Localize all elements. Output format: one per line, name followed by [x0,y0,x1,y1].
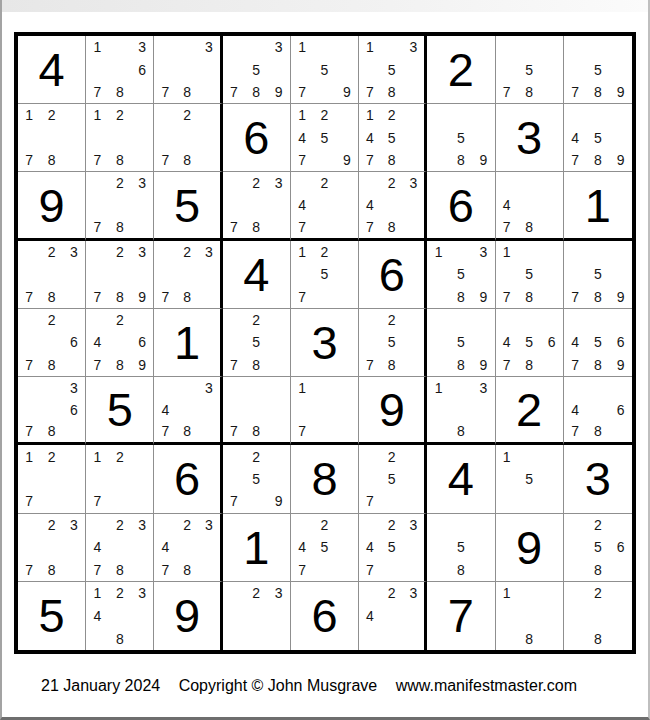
cell-r2c7: 589 [427,104,495,172]
cell-r4c6: 6 [359,241,427,309]
cell-r1c1: 4 [18,36,86,104]
candidate-digit: 3 [63,514,85,536]
candidate-digit: 4 [291,127,313,149]
cell-r8c7: 58 [427,514,495,582]
candidate-digit: 5 [587,536,610,558]
pencil-marks: 478 [496,172,563,237]
candidate-digit: 2 [40,445,62,467]
candidate-digit: 2 [40,514,62,536]
candidate-digit: 2 [109,309,131,331]
candidate-digit: 2 [381,582,403,605]
candidate-digit: 7 [564,149,587,171]
candidate-digit: 8 [109,149,131,171]
candidate-digit: 7 [359,558,381,580]
given-digit: 6 [427,172,494,237]
candidate-digit: 9 [609,81,632,103]
pencil-marks: 4678 [564,377,632,442]
candidate-digit: 2 [109,582,131,605]
pencil-marks: 1578 [496,241,563,308]
candidate-digit: 2 [313,104,335,126]
candidate-digit: 6 [609,536,632,558]
candidate-digit: 7 [18,149,40,171]
candidate-digit: 2 [381,445,403,467]
footer-copyright: Copyright © John Musgrave [179,677,378,694]
candidate-digit: 7 [291,285,313,307]
pencil-marks: 1579 [291,36,358,103]
candidate-digit: 1 [359,36,381,58]
candidate-digit: 9 [472,354,494,376]
candidate-digit: 7 [223,490,245,512]
candidate-digit: 6 [609,399,632,421]
candidate-digit: 8 [176,81,198,103]
cell-r7c5: 8 [291,445,359,513]
cell-r4c4: 4 [223,241,291,309]
cell-r5c7: 589 [427,309,495,377]
cell-r7c7: 4 [427,445,495,513]
cell-r7c8: 15 [496,445,564,513]
pencil-marks: 234 [359,582,424,650]
candidate-digit: 5 [245,331,267,353]
candidate-digit: 1 [18,104,40,126]
cell-r1c9: 5789 [564,36,632,104]
candidate-digit: 2 [109,445,131,467]
pencil-marks: 3678 [18,377,85,442]
candidate-digit: 7 [291,81,313,103]
candidate-digit: 8 [518,285,540,307]
candidate-digit: 8 [450,285,472,307]
candidate-digit: 8 [176,149,198,171]
cell-r8c8: 9 [496,514,564,582]
candidate-digit: 3 [131,582,153,605]
cell-r7c6: 257 [359,445,427,513]
given-digit: 9 [496,514,563,581]
candidate-digit: 5 [245,468,267,490]
cell-r4c7: 13589 [427,241,495,309]
pencil-marks: 23478 [359,172,424,237]
candidate-digit: 5 [450,263,472,285]
cell-r3c5: 247 [291,172,359,240]
cell-r5c4: 2578 [223,309,291,377]
cell-r1c5: 1579 [291,36,359,104]
candidate-digit: 2 [587,582,610,605]
cell-r8c6: 23457 [359,514,427,582]
candidate-digit: 7 [359,81,381,103]
pencil-marks: 2568 [564,514,632,581]
candidate-digit: 8 [176,558,198,580]
candidate-digit: 1 [359,104,381,126]
candidate-digit: 8 [587,354,610,376]
candidate-digit: 7 [154,285,176,307]
pencil-marks: 2378 [18,514,85,581]
candidate-digit: 2 [313,241,335,263]
pencil-marks: 45678 [496,309,563,376]
candidate-digit: 8 [587,421,610,443]
given-digit: 6 [359,241,424,308]
candidate-digit: 7 [496,354,518,376]
cell-r3c3: 5 [154,172,222,240]
cell-r8c2: 23478 [86,514,154,582]
given-digit: 9 [359,377,424,442]
candidate-digit: 3 [472,241,494,263]
candidate-digit: 8 [40,285,62,307]
candidate-digit: 3 [267,582,289,605]
candidate-digit: 7 [359,490,381,512]
pencil-marks: 23 [223,582,290,650]
cell-r5c5: 3 [291,309,359,377]
candidate-digit: 8 [176,421,198,443]
candidate-digit: 9 [609,285,632,307]
pencil-marks: 124579 [291,104,358,171]
candidate-digit: 4 [564,331,587,353]
candidate-digit: 3 [198,514,220,536]
candidate-digit: 7 [18,421,40,443]
candidate-digit: 7 [223,354,245,376]
candidate-digit: 4 [564,399,587,421]
candidate-digit: 7 [291,421,313,443]
cell-r9c2: 12348 [86,582,154,650]
cell-r2c8: 3 [496,104,564,172]
pencil-marks: 13578 [359,36,424,103]
candidate-digit: 9 [267,81,289,103]
cell-r7c2: 127 [86,445,154,513]
candidate-digit: 8 [450,149,472,171]
candidate-digit: 7 [86,216,108,238]
cell-r2c9: 45789 [564,104,632,172]
cell-r9c1: 5 [18,582,86,650]
given-digit: 6 [223,104,290,171]
pencil-marks: 2457 [291,514,358,581]
candidate-digit: 8 [587,558,610,580]
cell-r7c4: 2579 [223,445,291,513]
cell-r4c2: 23789 [86,241,154,309]
candidate-digit: 7 [86,285,108,307]
pencil-marks: 589 [427,309,494,376]
candidate-digit: 8 [450,421,472,443]
footer-website: www.manifestmaster.com [396,677,577,694]
candidate-digit: 5 [381,331,403,353]
pencil-marks: 2578 [359,309,424,376]
candidate-digit: 8 [381,216,403,238]
given-digit: 5 [86,377,153,442]
candidate-digit: 2 [109,514,131,536]
candidate-digit: 2 [381,514,403,536]
cell-r9c5: 6 [291,582,359,650]
candidate-digit: 9 [131,354,153,376]
candidate-digit: 1 [427,377,449,399]
cell-r5c1: 2678 [18,309,86,377]
candidate-digit: 7 [496,285,518,307]
candidate-digit: 7 [18,354,40,376]
candidate-digit: 2 [245,582,267,605]
pencil-marks: 23457 [359,514,424,581]
pencil-marks: 78 [223,377,290,442]
cell-r9c4: 23 [223,582,291,650]
candidate-digit: 9 [472,149,494,171]
cell-r4c3: 2378 [154,241,222,309]
candidate-digit: 9 [609,149,632,171]
candidate-digit: 8 [245,421,267,443]
pencil-marks: 456789 [564,309,632,376]
pencil-marks: 13678 [86,36,153,103]
pencil-marks: 5789 [564,36,632,103]
candidate-digit: 5 [381,468,403,490]
pencil-marks: 138 [427,377,494,442]
candidate-digit: 7 [223,216,245,238]
candidate-digit: 1 [86,445,108,467]
candidate-digit: 8 [40,354,62,376]
footer-date: 21 January 2024 [41,677,160,694]
cell-r6c2: 5 [86,377,154,445]
cell-r6c5: 17 [291,377,359,445]
candidate-digit: 8 [109,558,131,580]
candidate-digit: 1 [291,104,313,126]
cell-r3c6: 23478 [359,172,427,240]
candidate-digit: 8 [176,285,198,307]
candidate-digit: 8 [518,216,540,238]
candidate-digit: 9 [336,81,358,103]
candidate-digit: 4 [154,536,176,558]
candidate-digit: 8 [40,421,62,443]
candidate-digit: 1 [427,241,449,263]
candidate-digit: 7 [86,354,108,376]
given-digit: 1 [154,309,219,376]
candidate-digit: 7 [86,490,108,512]
candidate-digit: 8 [381,81,403,103]
cell-r8c9: 2568 [564,514,632,582]
cell-r6c6: 9 [359,377,427,445]
candidate-digit: 4 [359,536,381,558]
given-digit: 5 [154,172,219,237]
candidate-digit: 7 [86,149,108,171]
cell-r1c2: 13678 [86,36,154,104]
candidate-digit: 3 [63,241,85,263]
candidate-digit: 2 [176,104,198,126]
cell-r9c8: 18 [496,582,564,650]
candidate-digit: 5 [587,331,610,353]
candidate-digit: 1 [496,241,518,263]
candidate-digit: 6 [131,331,153,353]
candidate-digit: 4 [86,331,108,353]
cell-r5c3: 1 [154,309,222,377]
cell-r1c7: 2 [427,36,495,104]
candidate-digit: 4 [359,127,381,149]
given-digit: 3 [564,445,632,512]
candidate-digit: 7 [86,81,108,103]
cell-r8c3: 23478 [154,514,222,582]
top-edge-strip [2,0,648,12]
cell-r6c9: 4678 [564,377,632,445]
candidate-digit: 7 [86,558,108,580]
candidate-digit: 5 [518,468,540,490]
candidate-digit: 1 [86,36,108,58]
pencil-marks: 17 [291,377,358,442]
given-digit: 3 [291,309,358,376]
cell-r6c4: 78 [223,377,291,445]
pencil-marks: 12348 [86,582,153,650]
given-digit: 2 [427,36,494,103]
candidate-digit: 7 [359,354,381,376]
given-digit: 4 [223,241,290,308]
candidate-digit: 4 [86,536,108,558]
candidate-digit: 4 [291,194,313,216]
candidate-digit: 8 [450,558,472,580]
candidate-digit: 5 [313,263,335,285]
candidate-digit: 8 [40,149,62,171]
candidate-digit: 5 [313,536,335,558]
candidate-digit: 7 [564,285,587,307]
cell-r8c4: 1 [223,514,291,582]
cell-r2c2: 1278 [86,104,154,172]
pencil-marks: 578 [496,36,563,103]
cell-r6c3: 3478 [154,377,222,445]
candidate-digit: 4 [564,127,587,149]
candidate-digit: 3 [267,36,289,58]
cell-r6c1: 3678 [18,377,86,445]
candidate-digit: 7 [291,558,313,580]
candidate-digit: 5 [587,127,610,149]
cell-r1c8: 578 [496,36,564,104]
given-digit: 4 [18,36,85,103]
cell-r4c9: 5789 [564,241,632,309]
candidate-digit: 8 [109,285,131,307]
candidate-digit: 5 [587,263,610,285]
candidate-digit: 7 [154,149,176,171]
pencil-marks: 124578 [359,104,424,171]
candidate-digit: 7 [18,490,40,512]
candidate-digit: 7 [564,421,587,443]
candidate-digit: 7 [18,558,40,580]
given-digit: 9 [154,582,219,650]
cell-r3c2: 2378 [86,172,154,240]
candidate-digit: 5 [518,331,540,353]
given-digit: 8 [291,445,358,512]
pencil-marks: 3478 [154,377,219,442]
pencil-marks: 378 [154,36,219,103]
candidate-digit: 8 [245,216,267,238]
candidate-digit: 6 [540,331,562,353]
pencil-marks: 45789 [564,104,632,171]
candidate-digit: 2 [245,172,267,194]
cell-r4c1: 2378 [18,241,86,309]
candidate-digit: 1 [18,445,40,467]
cell-r5c8: 45678 [496,309,564,377]
candidate-digit: 3 [267,172,289,194]
candidate-digit: 7 [154,558,176,580]
cell-r8c5: 2457 [291,514,359,582]
candidate-digit: 8 [109,627,131,650]
candidate-digit: 3 [198,241,220,263]
pencil-marks: 246789 [86,309,153,376]
candidate-digit: 3 [131,514,153,536]
candidate-digit: 8 [587,627,610,650]
candidate-digit: 2 [176,241,198,263]
candidate-digit: 7 [564,354,587,376]
cell-r2c3: 278 [154,104,222,172]
candidate-digit: 5 [381,58,403,80]
given-digit: 4 [427,445,494,512]
candidate-digit: 8 [109,354,131,376]
candidate-digit: 3 [198,36,220,58]
candidate-digit: 3 [198,377,220,399]
given-digit: 2 [496,377,563,442]
pencil-marks: 35789 [223,36,290,103]
candidate-digit: 6 [63,331,85,353]
pencil-marks: 13589 [427,241,494,308]
cell-r2c5: 124579 [291,104,359,172]
candidate-digit: 7 [291,149,313,171]
given-digit: 3 [496,104,563,171]
cell-r5c2: 246789 [86,309,154,377]
candidate-digit: 5 [518,263,540,285]
candidate-digit: 9 [267,490,289,512]
candidate-digit: 3 [472,377,494,399]
pencil-marks: 257 [359,445,424,512]
cell-r7c1: 127 [18,445,86,513]
candidate-digit: 8 [245,81,267,103]
candidate-digit: 7 [154,421,176,443]
candidate-digit: 3 [131,241,153,263]
candidate-digit: 8 [518,627,540,650]
given-digit: 5 [18,582,85,650]
pencil-marks: 278 [154,104,219,171]
candidate-digit: 4 [291,536,313,558]
pencil-marks: 2678 [18,309,85,376]
candidate-digit: 9 [336,149,358,171]
candidate-digit: 8 [587,81,610,103]
given-digit: 9 [18,172,85,237]
given-digit: 6 [154,445,219,512]
candidate-digit: 5 [450,331,472,353]
sudoku-board: 4136783783578915791357825785789127812782… [14,32,636,654]
candidate-digit: 1 [291,36,313,58]
pencil-marks: 1278 [18,104,85,171]
candidate-digit: 5 [518,58,540,80]
candidate-digit: 2 [245,445,267,467]
candidate-digit: 7 [496,81,518,103]
pencil-marks: 2378 [18,241,85,308]
candidate-digit: 8 [109,216,131,238]
cell-r6c8: 2 [496,377,564,445]
cell-r4c5: 1257 [291,241,359,309]
given-digit: 1 [564,172,632,237]
candidate-digit: 2 [313,514,335,536]
candidate-digit: 2 [40,241,62,263]
candidate-digit: 3 [403,172,425,194]
candidate-digit: 3 [63,377,85,399]
candidate-digit: 4 [359,194,381,216]
cell-r5c6: 2578 [359,309,427,377]
candidate-digit: 3 [403,514,425,536]
pencil-marks: 23478 [86,514,153,581]
candidate-digit: 6 [131,58,153,80]
pencil-marks: 1278 [86,104,153,171]
cell-r9c6: 234 [359,582,427,650]
pencil-marks: 2579 [223,445,290,512]
candidate-digit: 7 [223,421,245,443]
candidate-digit: 8 [40,558,62,580]
cell-r9c3: 9 [154,582,222,650]
candidate-digit: 5 [313,58,335,80]
candidate-digit: 5 [450,536,472,558]
pencil-marks: 2378 [86,172,153,237]
candidate-digit: 7 [359,149,381,171]
cell-r3c1: 9 [18,172,86,240]
pencil-marks: 2578 [223,309,290,376]
candidate-digit: 2 [381,104,403,126]
candidate-digit: 5 [313,127,335,149]
candidate-digit: 1 [291,241,313,263]
candidate-digit: 3 [131,36,153,58]
